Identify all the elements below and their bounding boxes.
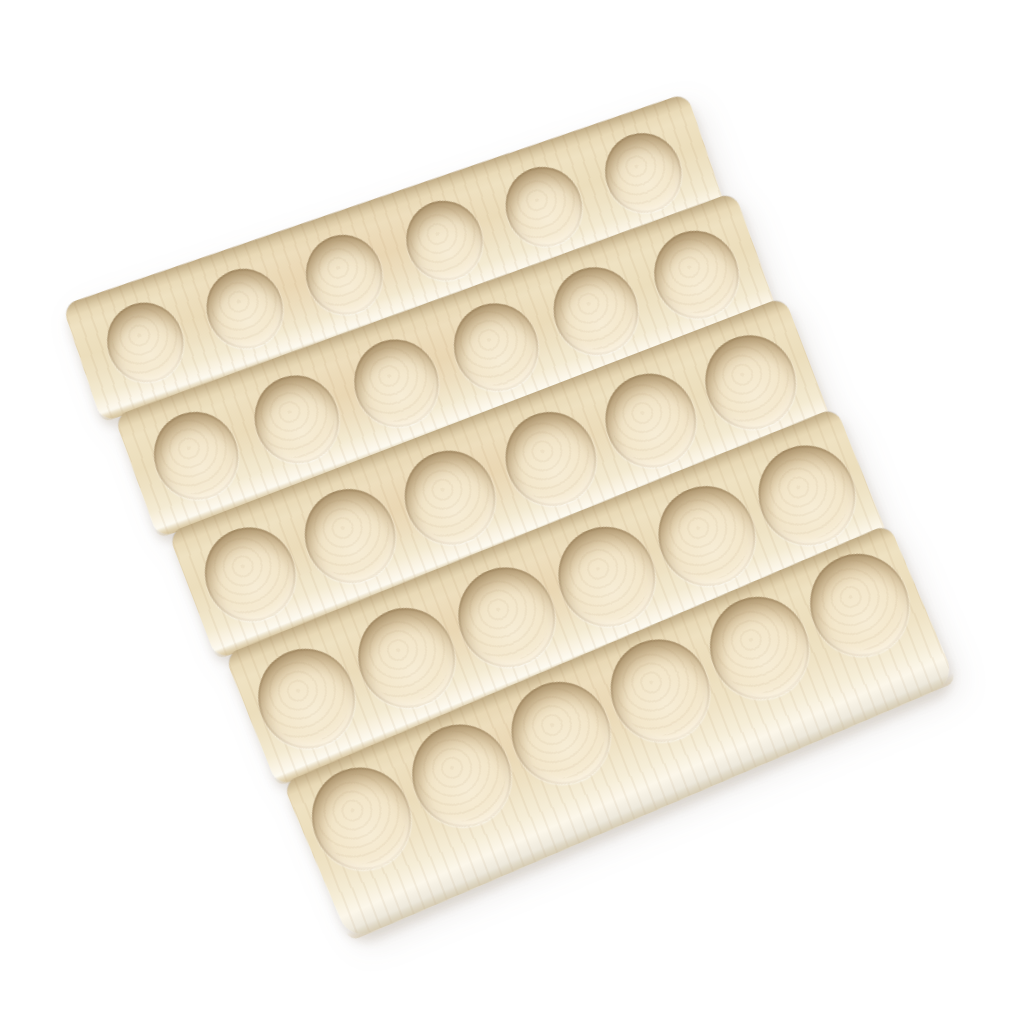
well-r3c3[interactable] <box>391 437 509 557</box>
well-r4c1[interactable] <box>243 634 370 764</box>
well-r2c3[interactable] <box>342 327 451 439</box>
well-r5c5[interactable] <box>695 581 826 714</box>
well-r4c2[interactable] <box>343 593 470 723</box>
well-r3c2[interactable] <box>291 476 409 596</box>
well-r3c4[interactable] <box>491 399 609 519</box>
well-r1c6[interactable] <box>594 123 692 223</box>
well-r4c3[interactable] <box>443 553 570 683</box>
well-r1c4[interactable] <box>395 191 493 291</box>
wooden-tray <box>64 74 940 945</box>
well-r1c3[interactable] <box>296 225 394 325</box>
well-r2c4[interactable] <box>442 291 551 403</box>
well-r2c1[interactable] <box>142 400 251 512</box>
well-r1c1[interactable] <box>97 292 195 392</box>
well-r1c2[interactable] <box>196 258 294 358</box>
well-r5c1[interactable] <box>296 752 427 885</box>
product-photo-canvas <box>0 0 1024 1024</box>
well-r5c2[interactable] <box>396 709 527 842</box>
well-r5c3[interactable] <box>495 666 626 799</box>
well-r2c5[interactable] <box>542 255 651 367</box>
well-r5c6[interactable] <box>794 539 925 672</box>
well-r5c4[interactable] <box>595 624 726 757</box>
well-r4c4[interactable] <box>543 512 670 642</box>
well-r2c6[interactable] <box>642 219 751 331</box>
well-r3c5[interactable] <box>591 360 709 480</box>
well-r2c2[interactable] <box>242 364 351 476</box>
well-r1c5[interactable] <box>495 157 593 257</box>
well-r3c1[interactable] <box>191 514 309 634</box>
